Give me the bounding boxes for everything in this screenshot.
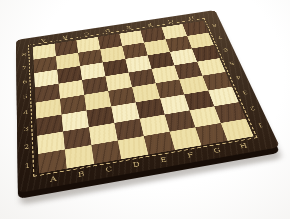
rank-label-left-1: 1 [19, 154, 37, 176]
photo-background: AA88BB77CC66DD55EE44FF33GG22HH11 [0, 0, 290, 219]
